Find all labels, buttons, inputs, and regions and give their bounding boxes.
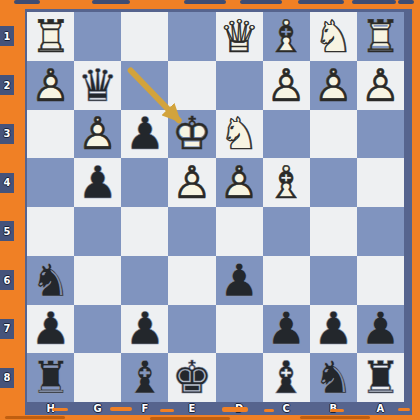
square-b8[interactable]: ♞	[310, 353, 357, 402]
square-g5[interactable]	[74, 207, 121, 256]
square-d1[interactable]: ♛♕	[216, 12, 263, 61]
square-f2[interactable]	[121, 61, 168, 110]
white-pawn: ♟♙	[168, 158, 215, 207]
white-pawn: ♟♙	[357, 61, 404, 110]
black-bishop: ♝	[263, 353, 310, 402]
square-d6[interactable]: ♟	[216, 256, 263, 305]
square-f1[interactable]	[121, 12, 168, 61]
white-pawn: ♟♙	[310, 61, 357, 110]
black-pawn: ♟	[121, 110, 168, 159]
square-f4[interactable]	[121, 158, 168, 207]
white-knight: ♞♘	[310, 12, 357, 61]
square-a3[interactable]	[357, 110, 404, 159]
white-queen: ♛♕	[216, 12, 263, 61]
chess-board-screenshot: ♜♖♛♕♝♗♞♘♜♖♟♙♛♟♙♟♙♟♙♟♙♟♚♔♞♘♟♟♙♟♙♝♗♞♟♟♟♟♟♟…	[0, 0, 420, 420]
rank-label-7: 7	[0, 319, 14, 339]
square-a4[interactable]	[357, 158, 404, 207]
square-b6[interactable]	[310, 256, 357, 305]
black-pawn: ♟	[310, 305, 357, 354]
black-king: ♚	[168, 353, 215, 402]
square-a8[interactable]: ♜	[357, 353, 404, 402]
square-f3[interactable]: ♟	[121, 110, 168, 159]
white-bishop: ♝♗	[263, 158, 310, 207]
square-g1[interactable]	[74, 12, 121, 61]
rank-label-5: 5	[0, 221, 14, 241]
square-b4[interactable]	[310, 158, 357, 207]
square-f7[interactable]: ♟	[121, 305, 168, 354]
square-a6[interactable]	[357, 256, 404, 305]
square-e8[interactable]: ♚	[168, 353, 215, 402]
square-d4[interactable]: ♟♙	[216, 158, 263, 207]
square-b1[interactable]: ♞♘	[310, 12, 357, 61]
rank-label-1: 1	[0, 26, 14, 46]
rank-label-2: 2	[0, 75, 14, 95]
white-pawn: ♟♙	[27, 61, 74, 110]
square-c1[interactable]: ♝♗	[263, 12, 310, 61]
white-pawn: ♟♙	[74, 110, 121, 159]
square-c2[interactable]: ♟♙	[263, 61, 310, 110]
black-rook: ♜	[357, 353, 404, 402]
rank-label-4: 4	[0, 173, 14, 193]
black-rook: ♜	[27, 353, 74, 402]
square-a7[interactable]: ♟	[357, 305, 404, 354]
square-c6[interactable]	[263, 256, 310, 305]
rank-label-6: 6	[0, 270, 14, 290]
square-d3[interactable]: ♞♘	[216, 110, 263, 159]
black-knight: ♞	[310, 353, 357, 402]
square-d7[interactable]	[216, 305, 263, 354]
square-d5[interactable]	[216, 207, 263, 256]
black-pawn: ♟	[74, 158, 121, 207]
black-pawn: ♟	[216, 256, 263, 305]
white-rook: ♜♖	[27, 12, 74, 61]
white-pawn: ♟♙	[216, 158, 263, 207]
square-e4[interactable]: ♟♙	[168, 158, 215, 207]
square-e7[interactable]	[168, 305, 215, 354]
square-h8[interactable]: ♜	[27, 353, 74, 402]
white-pawn: ♟♙	[263, 61, 310, 110]
square-d2[interactable]	[216, 61, 263, 110]
black-bishop: ♝	[121, 353, 168, 402]
square-e3[interactable]: ♚♔	[168, 110, 215, 159]
white-rook: ♜♖	[357, 12, 404, 61]
black-pawn: ♟	[27, 305, 74, 354]
white-bishop: ♝♗	[263, 12, 310, 61]
square-h6[interactable]: ♞	[27, 256, 74, 305]
square-f6[interactable]	[121, 256, 168, 305]
square-c3[interactable]	[263, 110, 310, 159]
square-h1[interactable]: ♜♖	[27, 12, 74, 61]
square-d8[interactable]	[216, 353, 263, 402]
board-grid: ♜♖♛♕♝♗♞♘♜♖♟♙♛♟♙♟♙♟♙♟♙♟♚♔♞♘♟♟♙♟♙♝♗♞♟♟♟♟♟♟…	[27, 12, 404, 402]
square-a5[interactable]	[357, 207, 404, 256]
square-g3[interactable]: ♟♙	[74, 110, 121, 159]
black-pawn: ♟	[357, 305, 404, 354]
square-b7[interactable]: ♟	[310, 305, 357, 354]
square-e2[interactable]	[168, 61, 215, 110]
white-knight: ♞♘	[216, 110, 263, 159]
square-f5[interactable]	[121, 207, 168, 256]
black-queen: ♛	[74, 61, 121, 110]
rank-label-3: 3	[0, 124, 14, 144]
square-c7[interactable]: ♟	[263, 305, 310, 354]
square-h7[interactable]: ♟	[27, 305, 74, 354]
board-frame: ♜♖♛♕♝♗♞♘♜♖♟♙♛♟♙♟♙♟♙♟♙♟♚♔♞♘♟♟♙♟♙♝♗♞♟♟♟♟♟♟…	[25, 9, 412, 415]
black-pawn: ♟	[263, 305, 310, 354]
square-f8[interactable]: ♝	[121, 353, 168, 402]
square-a1[interactable]: ♜♖	[357, 12, 404, 61]
square-b5[interactable]	[310, 207, 357, 256]
square-g6[interactable]	[74, 256, 121, 305]
white-king: ♚♔	[168, 110, 215, 159]
square-g4[interactable]: ♟	[74, 158, 121, 207]
square-b2[interactable]: ♟♙	[310, 61, 357, 110]
square-h5[interactable]	[27, 207, 74, 256]
black-pawn: ♟	[121, 305, 168, 354]
square-b3[interactable]	[310, 110, 357, 159]
square-g7[interactable]	[74, 305, 121, 354]
square-h2[interactable]: ♟♙	[27, 61, 74, 110]
rank-label-8: 8	[0, 368, 14, 388]
black-knight: ♞	[27, 256, 74, 305]
square-c5[interactable]	[263, 207, 310, 256]
square-c8[interactable]: ♝	[263, 353, 310, 402]
square-h3[interactable]	[27, 110, 74, 159]
square-e6[interactable]	[168, 256, 215, 305]
square-e1[interactable]	[168, 12, 215, 61]
square-g2[interactable]: ♛	[74, 61, 121, 110]
square-h4[interactable]	[27, 158, 74, 207]
square-g8[interactable]	[74, 353, 121, 402]
square-c4[interactable]: ♝♗	[263, 158, 310, 207]
square-e5[interactable]	[168, 207, 215, 256]
square-a2[interactable]: ♟♙	[357, 61, 404, 110]
